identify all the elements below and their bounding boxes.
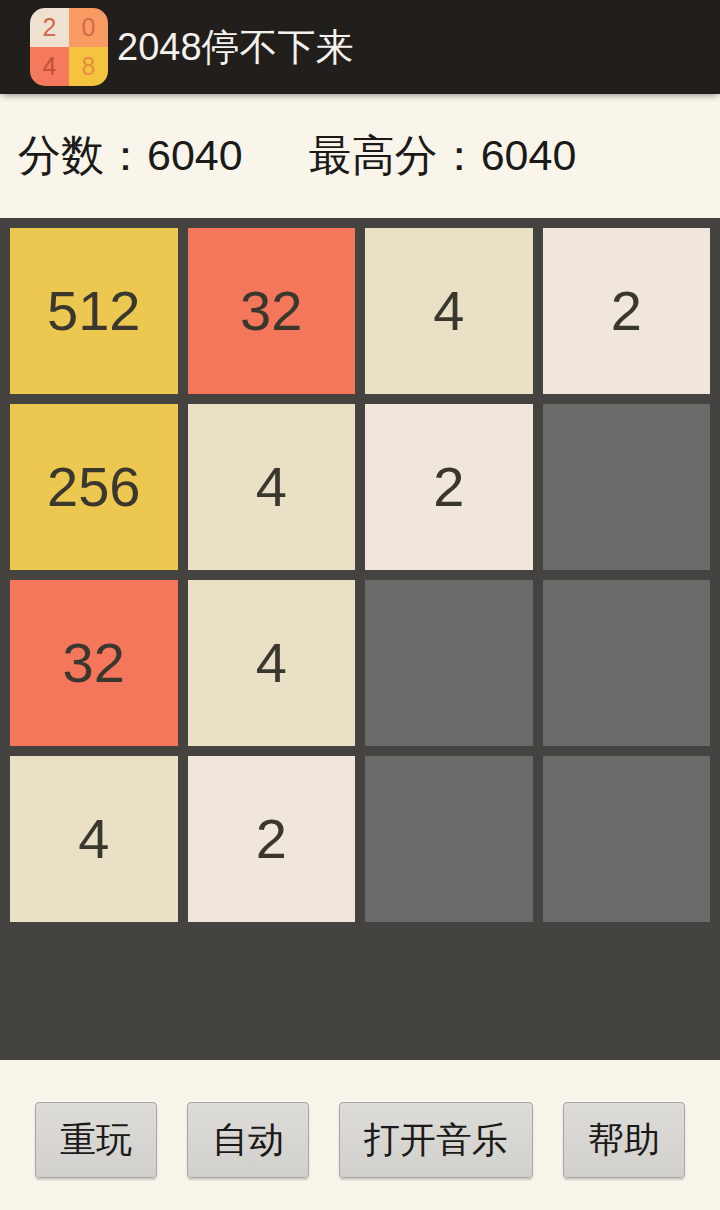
tile-32-r3c1: 32 bbox=[10, 580, 178, 746]
tile-32-r1c2: 32 bbox=[188, 228, 356, 394]
score-bar: 分数：6040 最高分：6040 bbox=[0, 94, 720, 218]
tile-512-r1c1: 512 bbox=[10, 228, 178, 394]
auto-button[interactable]: 自动 bbox=[187, 1102, 309, 1178]
tile-4-r3c2: 4 bbox=[188, 580, 356, 746]
app-icon-digit-4: 4 bbox=[30, 47, 69, 86]
app-title: 2048停不下来 bbox=[117, 22, 354, 73]
tile-grid: 51232422564232442 bbox=[0, 218, 720, 932]
help-button[interactable]: 帮助 bbox=[563, 1102, 685, 1178]
app-icon-digit-8: 8 bbox=[69, 47, 108, 86]
tile-256-r2c1: 256 bbox=[10, 404, 178, 570]
best-score-display: 最高分：6040 bbox=[309, 127, 577, 185]
empty-cell-r4c3 bbox=[365, 756, 533, 922]
score-display: 分数：6040 bbox=[18, 127, 243, 185]
replay-button[interactable]: 重玩 bbox=[35, 1102, 157, 1178]
music-toggle-button[interactable]: 打开音乐 bbox=[339, 1102, 533, 1178]
tile-4-r2c2: 4 bbox=[188, 404, 356, 570]
tile-2-r4c2: 2 bbox=[188, 756, 356, 922]
tile-2-r1c4: 2 bbox=[543, 228, 711, 394]
button-bar: 重玩 自动 打开音乐 帮助 bbox=[0, 1060, 720, 1210]
score-value: 6040 bbox=[147, 131, 243, 179]
action-bar: 2 0 4 8 2048停不下来 bbox=[0, 0, 720, 94]
empty-cell-r3c4 bbox=[543, 580, 711, 746]
app-icon: 2 0 4 8 bbox=[30, 8, 108, 86]
empty-cell-r3c3 bbox=[365, 580, 533, 746]
tile-4-r1c3: 4 bbox=[365, 228, 533, 394]
empty-cell-r2c4 bbox=[543, 404, 711, 570]
best-score-value: 6040 bbox=[481, 131, 577, 179]
empty-cell-r4c4 bbox=[543, 756, 711, 922]
score-label: 分数： bbox=[18, 131, 147, 179]
tile-2-r2c3: 2 bbox=[365, 404, 533, 570]
best-score-label: 最高分： bbox=[309, 131, 481, 179]
game-board[interactable]: 51232422564232442 bbox=[0, 218, 720, 1060]
app-icon-digit-0: 0 bbox=[69, 8, 108, 47]
app-icon-digit-2: 2 bbox=[30, 8, 69, 47]
tile-4-r4c1: 4 bbox=[10, 756, 178, 922]
